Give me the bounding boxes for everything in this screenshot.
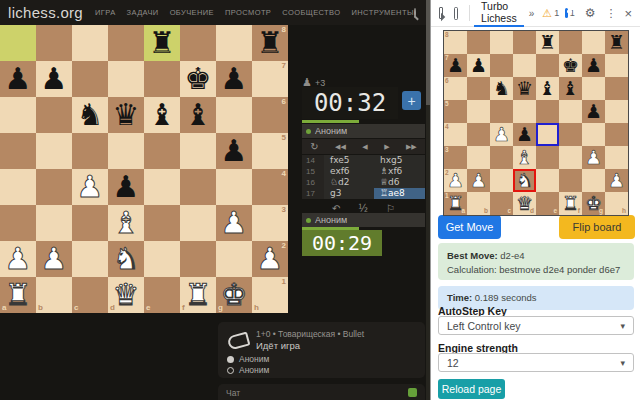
square-b2[interactable]: ♟ (467, 169, 490, 192)
best-move-value: d2-e4 (498, 250, 525, 261)
devtools-settings-icon[interactable]: ⚙ (585, 6, 596, 20)
white-pawn[interactable]: ♟ (585, 148, 602, 167)
square-a2[interactable]: 2♟ (444, 169, 467, 192)
square-a6[interactable] (0, 97, 36, 133)
white-player-name: Аноним (315, 215, 347, 225)
black-clock: 00:32 (302, 87, 398, 119)
square-h3[interactable]: 3 (252, 205, 288, 241)
white-knight[interactable]: ♞ (516, 171, 533, 190)
black-pawn[interactable]: ♟ (585, 56, 602, 75)
square-g8[interactable] (216, 25, 252, 61)
white-dot-icon (227, 356, 234, 363)
more-tabs-icon[interactable]: » (529, 8, 535, 19)
rank-label-3: 3 (445, 147, 449, 154)
white-player-item[interactable]: Аноним (227, 354, 269, 364)
white-knight[interactable]: ♞ (113, 244, 140, 274)
device-toolbar-icon[interactable] (454, 7, 458, 20)
square-h6[interactable] (605, 77, 628, 100)
white-rook[interactable]: ♜ (185, 280, 212, 310)
square-g7[interactable]: ♟ (582, 54, 605, 77)
black-rook[interactable]: ♜ (149, 28, 176, 58)
file-label-f: f (578, 208, 580, 215)
cycle-icon[interactable]: ↻ (310, 141, 318, 152)
black-pawn[interactable]: ♟ (585, 102, 602, 121)
square-h1[interactable]: h (605, 192, 628, 215)
square-f8[interactable] (559, 31, 582, 54)
square-g2[interactable] (216, 241, 252, 277)
best-move-label: Best Move: (447, 250, 498, 261)
rank-label-4: 4 (282, 170, 286, 178)
square-h4[interactable] (605, 123, 628, 146)
square-c6[interactable]: ♞ (490, 77, 513, 100)
white-queen[interactable]: ♛ (113, 280, 140, 310)
square-d8[interactable] (513, 31, 536, 54)
square-c7[interactable] (490, 54, 513, 77)
white-bishop[interactable]: ♝ (516, 148, 533, 167)
devtools-close-icon[interactable]: × (624, 6, 632, 21)
square-b4[interactable] (36, 169, 72, 205)
square-a4[interactable]: 4 (444, 123, 467, 146)
inspect-element-icon[interactable] (439, 7, 443, 19)
square-e7[interactable] (144, 61, 180, 97)
black-player-item[interactable]: Аноним (227, 365, 269, 375)
white-pawn[interactable]: ♟ (5, 244, 32, 274)
square-a1[interactable]: 1a♜ (444, 192, 467, 215)
square-e3[interactable] (144, 205, 180, 241)
rank-label-6: 6 (282, 98, 286, 106)
black-pawn[interactable]: ♟ (447, 56, 464, 75)
rank-label-8: 8 (282, 26, 286, 34)
black-pawn[interactable]: ♟ (221, 136, 248, 166)
white-pawn[interactable]: ♟ (221, 208, 248, 238)
bullet-icon (227, 332, 251, 351)
black-player-row[interactable]: Аноним (302, 124, 425, 138)
square-g4[interactable] (582, 123, 605, 146)
file-label-f: f (182, 304, 185, 312)
square-b3[interactable] (36, 205, 72, 241)
square-h7[interactable] (605, 54, 628, 77)
square-b3[interactable] (467, 146, 490, 169)
extension-mini-board[interactable]: 8♜♜7♟♟♚♟6♞♛♝♝5♟4♟♟3♝♟2♟♟♞♟1a♜bcd♛ef♜g♚h (443, 30, 629, 216)
square-f8[interactable] (180, 25, 216, 61)
square-d2[interactable]: ♞ (108, 241, 144, 277)
move-number: 15 (302, 166, 324, 177)
square-a7[interactable]: ♟ (0, 61, 36, 97)
square-e1[interactable]: e (536, 192, 559, 215)
white-clock-active: 00:29 (302, 230, 382, 256)
square-b7[interactable]: ♟ (467, 54, 490, 77)
main-chess-board[interactable]: ♜8♜♟♟♚♟7♞♛♝♝6♟5♟♟4♝♟3♟♟♞2♟a♜bcd♛ef♜g♚1h (0, 25, 288, 313)
square-h3[interactable] (605, 146, 628, 169)
time-label: Time: (447, 292, 472, 303)
square-e6[interactable]: ♝ (144, 97, 180, 133)
square-f4[interactable] (180, 169, 216, 205)
square-b7[interactable]: ♟ (36, 61, 72, 97)
white-pawn[interactable]: ♟ (608, 171, 625, 190)
square-f2[interactable] (180, 241, 216, 277)
rank-label-5: 5 (445, 101, 449, 108)
square-a4[interactable] (0, 169, 36, 205)
black-bishop[interactable]: ♝ (539, 79, 556, 98)
chevron-down-icon: ▾ (620, 321, 625, 331)
file-label-h: h (622, 208, 626, 215)
file-label-e: e (553, 208, 557, 215)
search-icon[interactable] (414, 8, 416, 18)
black-pawn[interactable]: ♟ (41, 64, 68, 94)
square-e8[interactable]: ♜ (144, 25, 180, 61)
square-a3[interactable] (0, 205, 36, 241)
online-dot-icon (306, 129, 311, 134)
square-c5[interactable] (490, 100, 513, 123)
chevron-down-icon: ▾ (620, 358, 625, 368)
square-e3[interactable] (536, 146, 559, 169)
white-move[interactable]: exf6 (324, 166, 374, 177)
square-g3[interactable]: ♟ (582, 146, 605, 169)
white-move[interactable]: fxe5 (324, 155, 374, 166)
white-player-row[interactable]: Аноним (302, 213, 425, 227)
rank-label-1: 1 (445, 193, 449, 200)
square-e2[interactable] (536, 169, 559, 192)
skip-first-icon[interactable]: ◀◀ (335, 143, 346, 151)
square-b5[interactable] (467, 100, 490, 123)
move-list: 14fxe5hxg515exf6♗xf616♘d2♕d617g3♖ae8 (302, 155, 425, 199)
square-b2[interactable]: ♟ (36, 241, 72, 277)
file-label-c: c (74, 304, 78, 312)
file-label-c: c (507, 208, 511, 215)
engine-strength-value: 12 (447, 357, 459, 369)
square-g4[interactable] (216, 169, 252, 205)
file-label-d: d (530, 208, 534, 215)
nav-item-игра[interactable]: ИГРА (95, 8, 116, 17)
chat-title: Чат (226, 388, 240, 398)
tab-turbo-lichess[interactable]: Turbo Lichess (474, 0, 524, 27)
square-a6[interactable]: 6 (444, 77, 467, 100)
nav-item-инструменты[interactable]: ИНСТРУМЕНТЫ (351, 8, 413, 17)
square-a8[interactable] (0, 25, 36, 61)
black-pawn[interactable]: ♟ (113, 172, 140, 202)
game-side-panel: ♟ +3 00:32 + Аноним ↻◀◀◀▶▶▶ 14fxe5hxg515… (302, 76, 425, 316)
resign-flag-icon[interactable]: ⚐ (386, 203, 395, 214)
lichess-logo[interactable]: lichess.org (8, 4, 83, 21)
square-c2[interactable] (490, 169, 513, 192)
square-g7[interactable]: ♟ (216, 61, 252, 97)
square-e5[interactable] (144, 133, 180, 169)
square-g3[interactable]: ♟ (216, 205, 252, 241)
black-move[interactable]: ♗xf6 (374, 166, 425, 177)
autostep-value: Left Control key (447, 320, 521, 332)
takeback-icon[interactable]: ↶ (332, 203, 340, 214)
black-pawn[interactable]: ♟ (5, 64, 32, 94)
square-e5[interactable] (536, 100, 559, 123)
square-e6[interactable]: ♝ (536, 77, 559, 100)
square-f6[interactable]: ♝ (180, 97, 216, 133)
black-time-bar (302, 120, 359, 123)
square-d4[interactable]: ♟ (108, 169, 144, 205)
flip-board-button[interactable]: Flip board (559, 215, 635, 239)
file-label-b: b (484, 208, 488, 215)
black-queen[interactable]: ♛ (516, 79, 533, 98)
rank-label-2: 2 (282, 242, 286, 250)
square-e4[interactable] (536, 123, 559, 146)
nav-item-обучение[interactable]: ОБУЧЕНИЕ (170, 8, 214, 17)
rank-label-4: 4 (445, 124, 449, 131)
time-control-text: 1+0 • Товарищеская • Bullet (256, 329, 364, 339)
site-header: lichess.org ИГРАЗАДАЧИОБУЧЕНИЕПРОСМОТРСО… (0, 0, 430, 25)
square-b6[interactable] (467, 77, 490, 100)
square-a8[interactable]: 8 (444, 31, 467, 54)
rank-label-2: 2 (445, 170, 449, 177)
square-g5[interactable]: ♟ (582, 100, 605, 123)
chat-toggle-icon[interactable] (408, 388, 417, 397)
file-label-a: a (461, 208, 465, 215)
square-b8[interactable] (36, 25, 72, 61)
file-label-b: b (38, 304, 43, 312)
black-move[interactable]: ♖ae8 (374, 188, 425, 199)
file-label-h: h (254, 304, 259, 312)
square-d6[interactable]: ♛ (108, 97, 144, 133)
white-move[interactable]: ♘d2 (324, 177, 374, 188)
square-h2[interactable]: 2♟ (252, 241, 288, 277)
chat-box[interactable]: Чат (218, 384, 425, 400)
square-d6[interactable]: ♛ (513, 77, 536, 100)
black-knight[interactable]: ♞ (493, 79, 510, 98)
square-f3[interactable] (559, 146, 582, 169)
square-f1[interactable]: f♜ (559, 192, 582, 215)
step-forward-icon[interactable]: ▶ (384, 143, 389, 151)
move-row-14: 14fxe5hxg5 (302, 155, 425, 166)
square-f1[interactable]: f♜ (180, 277, 216, 313)
square-b1[interactable]: b (36, 277, 72, 313)
best-move-box: Best Move: d2-e4 Calculation: bestmove d… (438, 243, 634, 280)
file-label-e: e (146, 304, 150, 312)
square-h8[interactable]: ♜ (605, 31, 628, 54)
square-g8[interactable] (582, 31, 605, 54)
square-d5[interactable] (513, 100, 536, 123)
square-b8[interactable] (467, 31, 490, 54)
screenshot-root: lichess.org ИГРАЗАДАЧИОБУЧЕНИЕПРОСМОТРСО… (0, 0, 640, 400)
main-nav: ИГРАЗАДАЧИОБУЧЕНИЕПРОСМОТРСООБЩЕСТВОИНСТ… (95, 8, 414, 17)
black-king[interactable]: ♚ (185, 64, 212, 94)
rank-label-7: 7 (282, 62, 286, 70)
square-a2[interactable]: ♟ (0, 241, 36, 277)
square-f5[interactable] (559, 100, 582, 123)
square-g1[interactable]: g♚ (216, 277, 252, 313)
reload-page-button[interactable]: Reload page (438, 379, 505, 399)
rank-label-8: 8 (445, 32, 449, 39)
square-d2[interactable]: ♞ (513, 169, 536, 192)
square-a1[interactable]: a♜ (0, 277, 36, 313)
nav-item-задачи[interactable]: ЗАДАЧИ (127, 8, 159, 17)
white-rook[interactable]: ♜ (562, 194, 579, 213)
calculation-text: Calculation: bestmove d2e4 ponder d6e7 (447, 263, 625, 277)
square-a7[interactable]: 7♟ (444, 54, 467, 77)
white-pawn[interactable]: ♟ (77, 172, 104, 202)
square-f7[interactable]: ♚ (559, 54, 582, 77)
black-pawn[interactable]: ♟ (221, 64, 248, 94)
square-d7[interactable] (513, 54, 536, 77)
devtools-toolbar: Turbo Lichess » ⚠ 1 1 ⚙ ⋮ × (431, 0, 640, 27)
square-f6[interactable]: ♝ (559, 77, 582, 100)
square-f5[interactable] (180, 133, 216, 169)
black-bishop[interactable]: ♝ (562, 79, 579, 98)
add-time-button[interactable]: + (402, 91, 421, 110)
white-move[interactable]: g3 (324, 188, 374, 199)
engine-strength-select[interactable]: 12 ▾ (438, 353, 634, 372)
square-g6[interactable] (216, 97, 252, 133)
autostep-select[interactable]: Left Control key ▾ (438, 316, 634, 335)
square-d3[interactable]: ♝ (108, 205, 144, 241)
square-c8[interactable] (490, 31, 513, 54)
square-e8[interactable]: ♜ (536, 31, 559, 54)
nav-item-просмотр[interactable]: ПРОСМОТР (225, 8, 271, 17)
square-c1[interactable]: c (72, 277, 108, 313)
devtools-menu-icon[interactable]: ⋮ (605, 7, 616, 20)
square-f7[interactable]: ♚ (180, 61, 216, 97)
file-label-g: g (599, 208, 603, 215)
black-move[interactable]: ♕d6 (374, 177, 425, 188)
move-row-17: 17g3♖ae8 (302, 188, 425, 199)
file-label-g: g (218, 304, 223, 312)
white-player-label: Аноним (239, 354, 269, 364)
square-g5[interactable]: ♟ (216, 133, 252, 169)
square-g6[interactable] (582, 77, 605, 100)
square-c8[interactable] (72, 25, 108, 61)
black-pawn[interactable]: ♟ (470, 56, 487, 75)
square-h2[interactable]: ♟ (605, 169, 628, 192)
square-h6[interactable]: 6 (252, 97, 288, 133)
square-h8[interactable]: 8♜ (252, 25, 288, 61)
square-d5[interactable] (108, 133, 144, 169)
white-bishop[interactable]: ♝ (113, 208, 140, 238)
square-c6[interactable]: ♞ (72, 97, 108, 133)
square-h7[interactable]: 7 (252, 61, 288, 97)
square-c1[interactable]: c (490, 192, 513, 215)
time-value: 0.189 seconds (472, 292, 536, 303)
square-a3[interactable]: 3 (444, 146, 467, 169)
black-king[interactable]: ♚ (562, 56, 579, 75)
black-bishop[interactable]: ♝ (185, 100, 212, 130)
black-queen[interactable]: ♛ (113, 100, 140, 130)
black-pawn[interactable]: ♟ (516, 125, 533, 144)
square-d3[interactable]: ♝ (513, 146, 536, 169)
move-number: 17 (302, 188, 324, 199)
square-h4[interactable]: 4 (252, 169, 288, 205)
square-c4[interactable]: ♟ (490, 123, 513, 146)
white-pawn[interactable]: ♟ (470, 171, 487, 190)
warning-count: 1 (554, 8, 559, 18)
square-f3[interactable] (180, 205, 216, 241)
game-status-text: Идёт игра (256, 340, 300, 351)
square-b4[interactable] (467, 123, 490, 146)
game-info-box: 1+0 • Товарищеская • Bullet Идёт игра Ан… (218, 322, 425, 378)
square-a5[interactable]: 5 (444, 100, 467, 123)
square-d7[interactable] (108, 61, 144, 97)
square-c3[interactable] (72, 205, 108, 241)
move-row-16: 16♘d2♕d6 (302, 177, 425, 188)
square-c5[interactable] (72, 133, 108, 169)
square-b6[interactable] (36, 97, 72, 133)
square-h5[interactable]: 5 (252, 133, 288, 169)
step-back-icon[interactable]: ◀ (362, 143, 367, 151)
rank-label-6: 6 (445, 78, 449, 85)
white-pawn[interactable]: ♟ (41, 244, 68, 274)
square-f2[interactable] (559, 169, 582, 192)
square-h1[interactable]: 1h (252, 277, 288, 313)
rank-label-3: 3 (282, 206, 286, 214)
square-c7[interactable] (72, 61, 108, 97)
draw-offer-icon[interactable]: ½ (358, 203, 368, 214)
rank-label-7: 7 (445, 55, 449, 62)
warning-icon[interactable]: ⚠ (542, 7, 552, 20)
white-rook[interactable]: ♜ (5, 280, 32, 310)
square-e1[interactable]: e (144, 277, 180, 313)
rank-label-5: 5 (282, 134, 286, 142)
square-g1[interactable]: g♚ (582, 192, 605, 215)
black-rook[interactable]: ♜ (608, 33, 625, 52)
black-player-label: Аноним (239, 365, 269, 375)
square-d4[interactable]: ♟ (513, 123, 536, 146)
square-b1[interactable]: b (467, 192, 490, 215)
file-label-d: d (110, 304, 115, 312)
square-e7[interactable] (536, 54, 559, 77)
square-g2[interactable] (582, 169, 605, 192)
move-number: 16 (302, 177, 324, 188)
square-c3[interactable] (490, 146, 513, 169)
square-a5[interactable] (0, 133, 36, 169)
white-pawn[interactable]: ♟ (447, 171, 464, 190)
square-d8[interactable] (108, 25, 144, 61)
black-player-name: Аноним (315, 126, 347, 136)
white-pawn[interactable]: ♟ (257, 244, 284, 274)
square-e4[interactable] (144, 169, 180, 205)
square-e2[interactable] (144, 241, 180, 277)
online-dot-icon (306, 218, 311, 223)
black-bishop[interactable]: ♝ (149, 100, 176, 130)
square-b5[interactable] (36, 133, 72, 169)
black-move[interactable]: hxg5 (374, 155, 425, 166)
material-advantage: +3 (315, 78, 325, 88)
square-f4[interactable] (559, 123, 582, 146)
black-knight[interactable]: ♞ (77, 100, 104, 130)
white-pawn[interactable]: ♟ (493, 125, 510, 144)
move-number: 14 (302, 155, 324, 166)
square-d1[interactable]: d♛ (513, 192, 536, 215)
square-c2[interactable] (72, 241, 108, 277)
console-message-icon[interactable] (565, 8, 568, 18)
get-move-button[interactable]: Get Move (438, 215, 501, 239)
square-h5[interactable] (605, 100, 628, 123)
file-label-a: a (2, 304, 6, 312)
black-rook[interactable]: ♜ (539, 33, 556, 52)
rank-label-1: 1 (282, 278, 286, 286)
white-king[interactable]: ♚ (221, 280, 248, 310)
square-c4[interactable]: ♟ (72, 169, 108, 205)
black-dot-icon (227, 367, 234, 374)
skip-last-icon[interactable]: ▶▶ (406, 143, 417, 151)
move-row-15: 15exf6♗xf6 (302, 166, 425, 177)
black-rook[interactable]: ♜ (257, 28, 284, 58)
replay-controls: ↻◀◀◀▶▶▶ (302, 139, 425, 154)
square-d1[interactable]: d♛ (108, 277, 144, 313)
nav-item-сообщество[interactable]: СООБЩЕСТВО (282, 8, 340, 17)
